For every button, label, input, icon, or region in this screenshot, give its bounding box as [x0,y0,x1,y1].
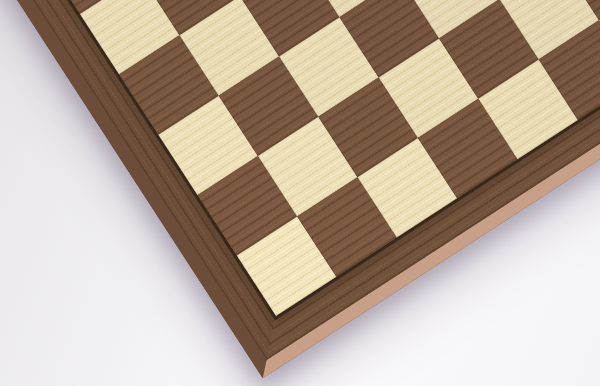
chess-board [0,0,600,378]
board-field [0,0,600,316]
photo-background [0,0,600,386]
